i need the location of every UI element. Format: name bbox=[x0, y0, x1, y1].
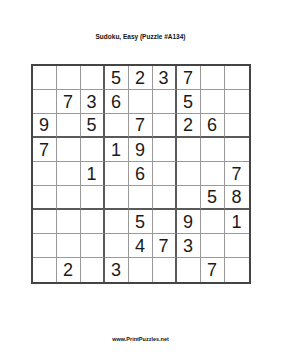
cell-r8c1[interactable] bbox=[33, 234, 57, 258]
cell-r9c5[interactable] bbox=[129, 258, 153, 282]
cell-r8c4[interactable] bbox=[105, 234, 129, 258]
cell-r4c4: 1 bbox=[105, 138, 129, 162]
cell-r9c3[interactable] bbox=[81, 258, 105, 282]
cell-r3c8: 6 bbox=[201, 114, 225, 138]
cell-r1c5: 2 bbox=[129, 66, 153, 90]
cell-r3c5: 7 bbox=[129, 114, 153, 138]
cell-r6c6[interactable] bbox=[153, 186, 177, 210]
cell-r1c6: 3 bbox=[153, 66, 177, 90]
cell-r3c6[interactable] bbox=[153, 114, 177, 138]
cell-r3c9[interactable] bbox=[225, 114, 249, 138]
cell-r7c1[interactable] bbox=[33, 210, 57, 234]
cell-r9c2: 2 bbox=[57, 258, 81, 282]
cell-r7c6[interactable] bbox=[153, 210, 177, 234]
cell-r6c7[interactable] bbox=[177, 186, 201, 210]
cell-r1c8[interactable] bbox=[201, 66, 225, 90]
cell-r1c4: 5 bbox=[105, 66, 129, 90]
cell-r2c6[interactable] bbox=[153, 90, 177, 114]
cell-r5c2[interactable] bbox=[57, 162, 81, 186]
cell-r3c2[interactable] bbox=[57, 114, 81, 138]
cell-r8c7: 3 bbox=[177, 234, 201, 258]
cell-r8c8[interactable] bbox=[201, 234, 225, 258]
page: Sudoku, Easy (Puzzle #A134) 523773659572… bbox=[0, 0, 281, 363]
cell-r7c2[interactable] bbox=[57, 210, 81, 234]
cell-r2c3: 3 bbox=[81, 90, 105, 114]
cell-r1c2[interactable] bbox=[57, 66, 81, 90]
cell-r6c4[interactable] bbox=[105, 186, 129, 210]
cell-r2c7: 5 bbox=[177, 90, 201, 114]
cell-r6c3[interactable] bbox=[81, 186, 105, 210]
cell-r4c9[interactable] bbox=[225, 138, 249, 162]
cell-r5c6[interactable] bbox=[153, 162, 177, 186]
cell-r6c8: 5 bbox=[201, 186, 225, 210]
cell-r5c3: 1 bbox=[81, 162, 105, 186]
cell-r5c1[interactable] bbox=[33, 162, 57, 186]
cell-r1c7: 7 bbox=[177, 66, 201, 90]
cell-r2c5[interactable] bbox=[129, 90, 153, 114]
cell-r4c6[interactable] bbox=[153, 138, 177, 162]
cell-r8c2[interactable] bbox=[57, 234, 81, 258]
puzzle-title: Sudoku, Easy (Puzzle #A134) bbox=[0, 33, 281, 40]
cell-r5c8[interactable] bbox=[201, 162, 225, 186]
cell-r6c5[interactable] bbox=[129, 186, 153, 210]
cell-r4c1: 7 bbox=[33, 138, 57, 162]
cell-r9c1[interactable] bbox=[33, 258, 57, 282]
sudoku-grid: 523773659572671916758591473237 bbox=[31, 64, 251, 284]
cell-r9c6[interactable] bbox=[153, 258, 177, 282]
cell-r9c8: 7 bbox=[201, 258, 225, 282]
cell-r9c9[interactable] bbox=[225, 258, 249, 282]
cell-r5c7[interactable] bbox=[177, 162, 201, 186]
cell-r3c3: 5 bbox=[81, 114, 105, 138]
cell-r5c4[interactable] bbox=[105, 162, 129, 186]
cell-r2c4: 6 bbox=[105, 90, 129, 114]
cell-r1c9[interactable] bbox=[225, 66, 249, 90]
cell-r2c2: 7 bbox=[57, 90, 81, 114]
cell-r8c3[interactable] bbox=[81, 234, 105, 258]
cell-r6c9: 8 bbox=[225, 186, 249, 210]
cell-r5c5: 6 bbox=[129, 162, 153, 186]
cell-r9c4: 3 bbox=[105, 258, 129, 282]
cell-r7c9: 1 bbox=[225, 210, 249, 234]
cell-r5c9: 7 bbox=[225, 162, 249, 186]
cell-r6c2[interactable] bbox=[57, 186, 81, 210]
cell-r9c7[interactable] bbox=[177, 258, 201, 282]
footer-url: www.PrintPuzzles.net bbox=[0, 336, 281, 342]
cell-r7c5: 5 bbox=[129, 210, 153, 234]
cell-r3c1: 9 bbox=[33, 114, 57, 138]
cell-r7c4[interactable] bbox=[105, 210, 129, 234]
cell-r7c3[interactable] bbox=[81, 210, 105, 234]
cell-r7c7: 9 bbox=[177, 210, 201, 234]
cell-r4c5: 9 bbox=[129, 138, 153, 162]
cell-r2c8[interactable] bbox=[201, 90, 225, 114]
cell-r3c4[interactable] bbox=[105, 114, 129, 138]
cell-r4c8[interactable] bbox=[201, 138, 225, 162]
cell-r8c5: 4 bbox=[129, 234, 153, 258]
cell-r7c8[interactable] bbox=[201, 210, 225, 234]
cell-r1c3[interactable] bbox=[81, 66, 105, 90]
cell-r2c9[interactable] bbox=[225, 90, 249, 114]
cell-r4c3[interactable] bbox=[81, 138, 105, 162]
cell-r4c7[interactable] bbox=[177, 138, 201, 162]
cell-r1c1[interactable] bbox=[33, 66, 57, 90]
cell-r8c6: 7 bbox=[153, 234, 177, 258]
cell-r4c2[interactable] bbox=[57, 138, 81, 162]
cell-r2c1[interactable] bbox=[33, 90, 57, 114]
cell-r6c1[interactable] bbox=[33, 186, 57, 210]
cell-r3c7: 2 bbox=[177, 114, 201, 138]
cell-r8c9[interactable] bbox=[225, 234, 249, 258]
